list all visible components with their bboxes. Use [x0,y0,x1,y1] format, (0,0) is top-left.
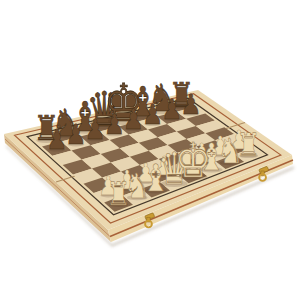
chess-set-product-photo: ♜♞♝♛♚♝♞♜♟♟♟♟♟♟♟♟♟♟♟♟♟♟♟♟♜♞♝♛♚♝♞♜ [0,0,300,300]
piece-a7-black-pawn: ♟ [46,124,67,156]
piece-d7-black-pawn: ♟ [104,108,125,140]
piece-f7-black-pawn: ♟ [142,98,163,130]
piece-g7-black-pawn: ♟ [161,93,182,125]
piece-h1-white-rook: ♜ [237,127,261,164]
piece-c7-black-pawn: ♟ [84,113,105,145]
piece-e7-black-pawn: ♟ [123,103,144,135]
piece-h7-black-pawn: ♟ [180,88,201,120]
chess-board: ♜♞♝♛♚♝♞♜♟♟♟♟♟♟♟♟♟♟♟♟♟♟♟♟♜♞♝♛♚♝♞♜ [0,0,300,300]
piece-b7-black-pawn: ♟ [65,119,86,151]
